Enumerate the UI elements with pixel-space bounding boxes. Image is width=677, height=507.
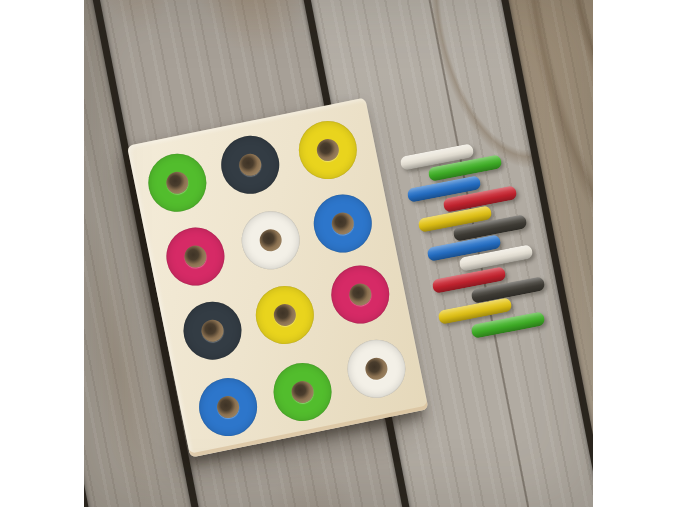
- white-margin-right: [593, 0, 677, 507]
- white-margin-left: [0, 0, 84, 507]
- deck-photo: [84, 0, 593, 507]
- peg-pile: [84, 0, 593, 507]
- photo-canvas: [0, 0, 677, 507]
